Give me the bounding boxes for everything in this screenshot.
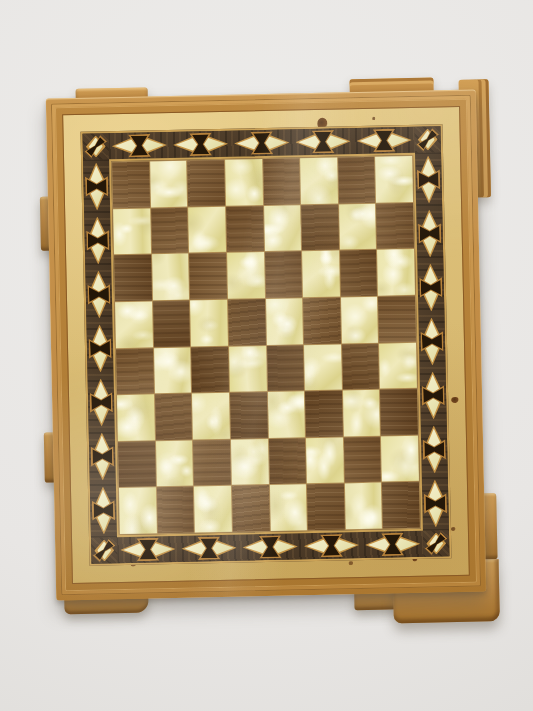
square-g2: [344, 436, 382, 482]
inlay-band-bottom: [117, 531, 423, 563]
square-d1: [232, 485, 270, 531]
checkerboard: [111, 155, 421, 535]
square-g7: [339, 203, 377, 249]
square-a2: [118, 441, 156, 487]
board-frame-molding: [46, 90, 486, 601]
diamond-inlay: [86, 321, 113, 376]
square-e7: [264, 205, 302, 251]
square-a1: [119, 488, 157, 534]
square-h2: [381, 436, 419, 482]
square-c4: [191, 346, 229, 392]
square-e6: [265, 251, 303, 297]
square-d8: [225, 159, 263, 205]
square-d3: [230, 392, 268, 438]
square-h7: [376, 203, 414, 249]
square-a6: [114, 255, 152, 301]
inlay-corner-top-left: [83, 133, 110, 160]
square-b5: [153, 300, 191, 346]
square-a4: [116, 348, 154, 394]
diamond-inlay: [353, 127, 415, 154]
diamond-inlay: [422, 476, 449, 531]
square-f2: [306, 437, 344, 483]
square-h4: [379, 342, 417, 388]
square-c2: [193, 440, 231, 486]
square-h5: [378, 296, 416, 342]
checkerboard-outline: [109, 153, 423, 537]
inlay-corner-bottom-left: [91, 537, 118, 564]
diamond-inlay: [109, 132, 171, 159]
square-e4: [267, 345, 305, 391]
square-g3: [343, 390, 381, 436]
burl-knot: [349, 561, 353, 566]
frame-molding-inner-step: [55, 99, 477, 592]
square-c6: [189, 253, 227, 299]
inlay-corner-top-right: [414, 126, 441, 153]
diamond-inlay: [420, 368, 447, 423]
diamond-inlay: [417, 260, 444, 315]
photo-background: [0, 0, 533, 711]
square-f5: [303, 297, 341, 343]
square-f8: [300, 157, 338, 203]
square-f1: [307, 484, 345, 530]
square-b8: [150, 161, 188, 207]
square-b3: [155, 394, 193, 440]
diamond-inlay: [414, 126, 441, 153]
diamond-inlay: [362, 531, 424, 558]
diamond-inlay: [88, 375, 115, 430]
square-h8: [375, 156, 413, 202]
square-a3: [117, 394, 155, 440]
inlay-corner-bottom-right: [423, 530, 450, 557]
square-g1: [345, 483, 383, 529]
square-a7: [113, 208, 151, 254]
square-f6: [302, 251, 340, 297]
square-a5: [115, 301, 153, 347]
diamond-inlay: [170, 131, 232, 158]
square-f3: [305, 391, 343, 437]
square-d5: [228, 299, 266, 345]
diamond-inlay: [91, 537, 118, 564]
diamond-inlay: [178, 535, 240, 562]
square-b4: [154, 347, 192, 393]
diamond-inlay: [415, 152, 442, 207]
frame-molding-step: [51, 95, 481, 596]
square-g4: [342, 343, 380, 389]
diamond-inlay: [84, 213, 111, 268]
square-c7: [188, 206, 226, 252]
square-g6: [340, 250, 378, 296]
square-f4: [304, 344, 342, 390]
square-b1: [157, 487, 195, 533]
square-g5: [341, 297, 379, 343]
diamond-inlay: [89, 429, 116, 484]
square-b6: [152, 254, 190, 300]
square-c1: [194, 486, 232, 532]
diamond-inlay: [117, 536, 179, 563]
square-e1: [269, 485, 307, 531]
square-c3: [192, 393, 230, 439]
square-e2: [268, 438, 306, 484]
diamond-inlay: [239, 533, 301, 560]
diamond-inlay: [231, 129, 293, 156]
diamond-inlay: [292, 128, 354, 155]
burl-knot: [373, 117, 376, 120]
square-e5: [266, 298, 304, 344]
burl-band: [62, 106, 470, 584]
square-b2: [156, 440, 194, 486]
marquetry-border: [80, 124, 451, 565]
square-c5: [190, 300, 228, 346]
square-d2: [231, 439, 269, 485]
diamond-inlay: [90, 483, 117, 538]
square-h1: [382, 482, 420, 528]
diamond-inlay: [301, 532, 363, 559]
square-d4: [229, 346, 267, 392]
burl-knot: [450, 527, 456, 531]
square-e3: [267, 391, 305, 437]
diamond-inlay: [416, 206, 443, 261]
diamond-inlay: [423, 530, 450, 557]
diamond-inlay: [85, 267, 112, 322]
square-h6: [377, 249, 415, 295]
diamond-inlay: [83, 133, 110, 160]
square-d6: [227, 252, 265, 298]
diamond-inlay: [418, 314, 445, 369]
square-e8: [263, 158, 301, 204]
burl-knot: [451, 397, 460, 403]
square-d7: [226, 206, 264, 252]
square-g8: [338, 157, 376, 203]
square-h3: [380, 389, 418, 435]
chess-board: [46, 90, 486, 601]
diamond-inlay: [83, 159, 110, 214]
square-f7: [301, 204, 339, 250]
square-c8: [187, 160, 225, 206]
square-a8: [112, 161, 150, 207]
square-b7: [151, 207, 189, 253]
diamond-inlay: [421, 422, 448, 477]
